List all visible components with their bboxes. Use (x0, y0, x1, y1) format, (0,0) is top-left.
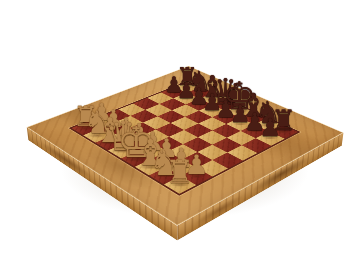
square-f5[interactable] (198, 130, 227, 144)
scene: ♜♞♝♛♚♝♞♜♟♟♟♟♟♟♟♟♟♟♟♟♟♟♟♟♜♞♝♛♚♝♞♜ (0, 0, 350, 263)
square-g5[interactable] (212, 138, 241, 153)
piece-white-rook-h1[interactable]: ♜ (166, 157, 195, 189)
square-h5[interactable] (227, 145, 257, 160)
piece-black-pawn-h7[interactable]: ♟ (259, 117, 281, 142)
square-h4[interactable] (212, 153, 243, 169)
